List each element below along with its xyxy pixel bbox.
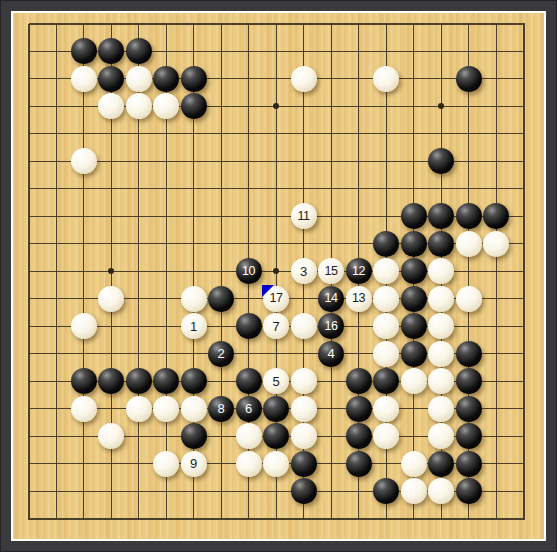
black-stone: [346, 423, 372, 449]
black-stone: [428, 148, 454, 174]
black-stone: [428, 451, 454, 477]
black-stone: [401, 313, 427, 339]
black-stone: [401, 231, 427, 257]
move-number: 10: [242, 265, 255, 278]
black-stone: [181, 368, 207, 394]
white-stone: [428, 313, 454, 339]
black-stone: [153, 368, 179, 394]
black-stone: 10: [236, 258, 262, 284]
grid-line-vertical: [523, 24, 525, 520]
go-board[interactable]: 1110315121714131716245869: [13, 13, 544, 539]
black-stone: [373, 368, 399, 394]
variation-triangle-marker: [262, 285, 274, 297]
black-stone: [126, 38, 152, 64]
move-number: 9: [190, 457, 197, 470]
grid-line-horizontal: [29, 518, 525, 520]
move-number: 11: [298, 210, 310, 223]
white-stone: [401, 368, 427, 394]
white-stone: [71, 313, 97, 339]
white-stone: [428, 423, 454, 449]
white-stone: [291, 66, 317, 92]
white-stone: [71, 396, 97, 422]
black-stone: [291, 478, 317, 504]
black-stone: [236, 313, 262, 339]
move-number: 16: [325, 320, 338, 333]
white-stone: [428, 258, 454, 284]
white-stone: [428, 478, 454, 504]
white-stone: [153, 396, 179, 422]
black-stone: [71, 368, 97, 394]
white-stone: [373, 423, 399, 449]
move-number: 1: [190, 320, 197, 333]
black-stone: [456, 368, 482, 394]
white-stone: [291, 313, 317, 339]
white-stone: 7: [263, 313, 289, 339]
move-number: 15: [325, 265, 338, 278]
board-rim: 1110315121714131716245869: [11, 11, 546, 541]
black-stone: [456, 423, 482, 449]
white-stone: [181, 396, 207, 422]
black-stone: [373, 478, 399, 504]
move-number: 3: [300, 265, 307, 278]
move-number: 2: [217, 347, 224, 360]
black-stone: [71, 38, 97, 64]
white-stone: [373, 286, 399, 312]
star-point: [273, 268, 279, 274]
black-stone: [456, 396, 482, 422]
move-number: 12: [352, 265, 365, 278]
black-stone: [181, 66, 207, 92]
white-stone: 15: [318, 258, 344, 284]
white-stone: [428, 396, 454, 422]
black-stone: [456, 478, 482, 504]
move-number: 7: [272, 320, 279, 333]
grid-line-horizontal: [29, 23, 525, 25]
black-stone: [236, 368, 262, 394]
grid-line-horizontal: [29, 133, 525, 134]
black-stone: [456, 341, 482, 367]
star-point: [273, 103, 279, 109]
white-stone: [373, 313, 399, 339]
white-stone: [98, 423, 124, 449]
black-stone: 8: [208, 396, 234, 422]
black-stone: [373, 231, 399, 257]
white-stone: [401, 478, 427, 504]
star-point: [108, 268, 114, 274]
black-stone: [456, 203, 482, 229]
black-stone: 4: [318, 341, 344, 367]
white-stone: [291, 423, 317, 449]
white-stone: [373, 396, 399, 422]
grid-line-vertical: [56, 24, 57, 520]
black-stone: [428, 203, 454, 229]
black-stone: 14: [318, 286, 344, 312]
white-stone: [126, 66, 152, 92]
white-stone: [456, 286, 482, 312]
white-stone: 13: [346, 286, 372, 312]
white-stone: [153, 451, 179, 477]
black-stone: 6: [236, 396, 262, 422]
white-stone: [373, 66, 399, 92]
white-stone: [71, 148, 97, 174]
white-stone: [263, 451, 289, 477]
white-stone: [236, 423, 262, 449]
black-stone: [208, 286, 234, 312]
white-stone: [98, 286, 124, 312]
black-stone: 2: [208, 341, 234, 367]
black-stone: [483, 203, 509, 229]
move-number: 13: [352, 292, 365, 305]
white-stone: 9: [181, 451, 207, 477]
black-stone: [346, 396, 372, 422]
diagram-frame: 1110315121714131716245869: [0, 0, 557, 552]
black-stone: [456, 451, 482, 477]
black-stone: [401, 341, 427, 367]
white-stone: [401, 451, 427, 477]
grid-line-horizontal: [29, 188, 525, 189]
grid-line-vertical: [83, 24, 84, 520]
grid-line-vertical: [496, 24, 497, 520]
black-stone: [346, 368, 372, 394]
black-stone: [98, 66, 124, 92]
white-stone: 3: [291, 258, 317, 284]
black-stone: [263, 423, 289, 449]
white-stone: [126, 396, 152, 422]
move-number: 4: [327, 347, 334, 360]
black-stone: [98, 368, 124, 394]
black-stone: 12: [346, 258, 372, 284]
black-stone: [428, 231, 454, 257]
black-stone: [346, 451, 372, 477]
white-stone: [373, 258, 399, 284]
white-stone: [153, 93, 179, 119]
white-stone: 5: [263, 368, 289, 394]
white-stone: [181, 286, 207, 312]
white-stone: [373, 341, 399, 367]
white-stone: [428, 368, 454, 394]
white-stone: 11: [291, 203, 317, 229]
black-stone: [401, 286, 427, 312]
white-stone: [71, 66, 97, 92]
white-stone: [483, 231, 509, 257]
grid-line-vertical: [221, 24, 222, 520]
white-stone: [98, 93, 124, 119]
white-stone: [428, 341, 454, 367]
white-stone: [291, 368, 317, 394]
black-stone: [181, 93, 207, 119]
white-stone: [428, 286, 454, 312]
move-number: 14: [325, 292, 338, 305]
black-stone: [456, 66, 482, 92]
black-stone: [291, 451, 317, 477]
move-number: 5: [272, 375, 279, 388]
grid-line-vertical: [28, 24, 30, 520]
move-number: 8: [217, 402, 224, 415]
black-stone: [126, 368, 152, 394]
black-stone: [263, 396, 289, 422]
white-stone: 1: [181, 313, 207, 339]
white-stone: [291, 396, 317, 422]
black-stone: [401, 203, 427, 229]
star-point: [438, 103, 444, 109]
black-stone: [181, 423, 207, 449]
white-stone: [456, 231, 482, 257]
black-stone: [401, 258, 427, 284]
move-number: 6: [245, 402, 252, 415]
black-stone: 16: [318, 313, 344, 339]
black-stone: [98, 38, 124, 64]
black-stone: [153, 66, 179, 92]
white-stone: [236, 451, 262, 477]
white-stone: [126, 93, 152, 119]
